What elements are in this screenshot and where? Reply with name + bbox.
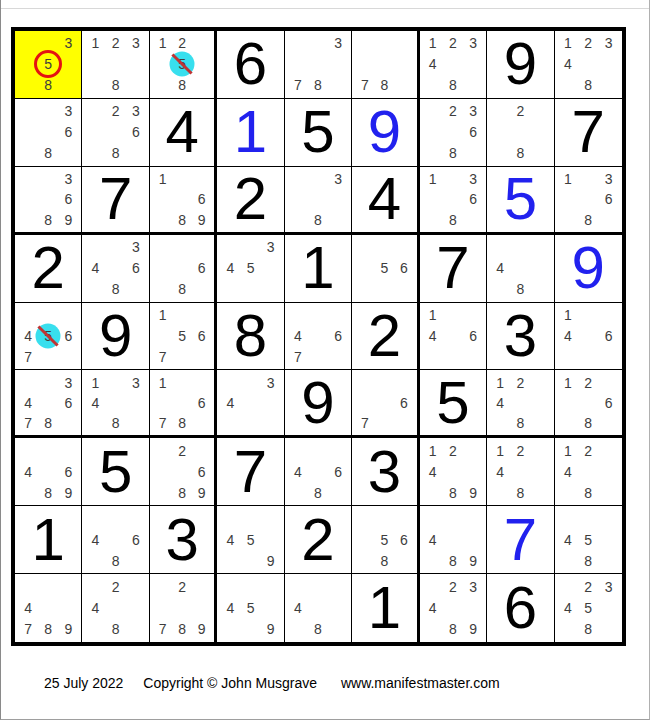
candidate-7: 7 [18, 413, 38, 433]
candidate-grid: 1567 [150, 303, 214, 370]
cell-r1c9[interactable]: 12348 [555, 31, 622, 99]
candidate-4: 4 [490, 461, 510, 482]
cell-r8c2[interactable]: 468 [82, 506, 149, 574]
empty-slot [288, 482, 308, 503]
empty-slot [463, 143, 483, 164]
candidate-9: 9 [192, 619, 211, 640]
cell-r8c4[interactable]: 459 [217, 506, 284, 574]
empty-slot [240, 550, 260, 571]
cell-r7c2[interactable]: 5 [82, 438, 149, 506]
cell-r9c8[interactable]: 6 [487, 574, 554, 642]
candidate-3: 3 [58, 101, 78, 122]
empty-slot [172, 305, 191, 326]
empty-slot [530, 122, 550, 143]
candidate-grid: 467 [285, 303, 351, 370]
cell-r1c7[interactable]: 12348 [420, 31, 487, 99]
empty-slot [328, 209, 348, 229]
solved-digit: 9 [99, 306, 132, 366]
cell-r2c4[interactable]: 1 [217, 99, 284, 167]
empty-slot [172, 346, 191, 367]
candidate-4: 4 [85, 529, 105, 550]
empty-slot [463, 440, 483, 461]
solved-digit: 1 [301, 238, 334, 298]
candidate-6: 6 [126, 258, 146, 279]
empty-slot [153, 482, 172, 503]
cell-r9c6[interactable]: 1 [352, 574, 419, 642]
cell-r5c4[interactable]: 8 [217, 303, 284, 371]
empty-slot [558, 209, 578, 229]
cell-r2c5[interactable]: 5 [285, 99, 352, 167]
cell-r1c8[interactable]: 9 [487, 31, 554, 99]
empty-slot [85, 508, 105, 529]
cell-r8c1[interactable]: 1 [15, 506, 82, 574]
candidate-8: 8 [106, 143, 126, 164]
empty-slot [220, 237, 240, 258]
candidate-8: 8 [443, 619, 463, 640]
solved-digit: 5 [436, 373, 469, 433]
candidate-grid: 459 [217, 574, 283, 642]
empty-slot [126, 597, 146, 618]
empty-slot [599, 529, 619, 550]
cell-r2c8[interactable]: 28 [487, 99, 554, 167]
cell-r7c3[interactable]: 2689 [150, 438, 217, 506]
cell-r6c2[interactable]: 1348 [82, 370, 149, 438]
solved-digit: 5 [301, 102, 334, 162]
empty-slot [38, 576, 58, 597]
cell-r4c1[interactable]: 2 [15, 235, 82, 303]
cell-r2c1[interactable]: 368 [15, 99, 82, 167]
candidate-4: 4 [288, 326, 308, 347]
candidate-grid: 2368 [82, 99, 148, 166]
empty-slot [126, 508, 146, 529]
cell-r3c7[interactable]: 1368 [420, 167, 487, 235]
empty-slot [38, 346, 58, 367]
candidate-8: 8 [106, 550, 126, 571]
footer-date: 25 July 2022 [44, 675, 123, 691]
empty-slot [423, 101, 443, 122]
empty-slot [240, 237, 260, 258]
empty-slot [463, 508, 483, 529]
candidate-1: 1 [558, 440, 578, 461]
cell-r7c4[interactable]: 7 [217, 438, 284, 506]
candidate-5: 5 [375, 258, 394, 279]
cell-r9c2[interactable]: 248 [82, 574, 149, 642]
cell-r6c5[interactable]: 9 [285, 370, 352, 438]
candidate-3: 3 [126, 101, 146, 122]
candidate-grid: 78 [352, 31, 416, 98]
candidate-8: 8 [106, 619, 126, 640]
cell-r7c9[interactable]: 1248 [555, 438, 622, 506]
candidate-6: 6 [192, 258, 211, 279]
empty-slot [153, 461, 172, 482]
empty-slot [463, 209, 483, 229]
empty-slot [18, 209, 38, 229]
candidate-grid: 12348 [555, 31, 622, 98]
candidate-4: 4 [558, 529, 578, 550]
candidate-6: 6 [599, 393, 619, 413]
cell-r3c2[interactable]: 7 [82, 167, 149, 235]
candidate-3: 3 [126, 372, 146, 392]
candidate-1: 1 [490, 440, 510, 461]
candidate-grid: 489 [420, 506, 486, 573]
empty-slot [394, 279, 413, 300]
candidate-8: 8 [172, 619, 191, 640]
empty-slot [328, 346, 348, 367]
candidate-grid: 4789 [15, 574, 81, 642]
empty-slot [394, 75, 413, 96]
cell-r3c9[interactable]: 1368 [555, 167, 622, 235]
candidate-6: 6 [463, 189, 483, 209]
cell-r2c3[interactable]: 4 [150, 99, 217, 167]
cell-r1c4[interactable]: 6 [217, 31, 284, 99]
empty-slot [58, 75, 78, 96]
candidate-8: 8 [308, 482, 328, 503]
candidate-8: 8 [38, 482, 58, 503]
empty-slot [85, 237, 105, 258]
cell-r1c1[interactable]: 358 [15, 31, 82, 99]
empty-slot [490, 482, 510, 503]
cell-r8c3[interactable]: 3 [150, 506, 217, 574]
empty-slot [308, 440, 328, 461]
empty-slot [355, 54, 374, 75]
candidate-6: 6 [126, 122, 146, 143]
cell-r5c2[interactable]: 9 [82, 303, 149, 371]
empty-slot [288, 440, 308, 461]
empty-slot [220, 413, 240, 433]
cell-r4c2[interactable]: 3468 [82, 235, 149, 303]
cell-r1c6[interactable]: 78 [352, 31, 419, 99]
cell-r3c4[interactable]: 2 [217, 167, 284, 235]
empty-slot [328, 482, 348, 503]
empty-slot [261, 393, 281, 413]
empty-slot [18, 482, 38, 503]
solved-digit-entered: 1 [234, 102, 267, 162]
empty-slot [423, 550, 443, 571]
empty-slot [126, 550, 146, 571]
cell-r7c5[interactable]: 468 [285, 438, 352, 506]
candidate-1: 1 [423, 305, 443, 326]
candidate-1: 1 [558, 169, 578, 189]
empty-slot [153, 75, 172, 96]
empty-slot [578, 393, 598, 413]
cell-r5c6[interactable]: 2 [352, 303, 419, 371]
empty-slot [443, 529, 463, 550]
empty-slot [443, 597, 463, 618]
empty-slot [578, 461, 598, 482]
empty-slot [85, 101, 105, 122]
cell-r6c6[interactable]: 67 [352, 370, 419, 438]
candidate-2: 2 [106, 576, 126, 597]
cell-r4c9[interactable]: 9 [555, 235, 622, 303]
candidate-3: 3 [463, 33, 483, 54]
cell-r7c6[interactable]: 3 [352, 438, 419, 506]
candidate-4: 4 [220, 597, 240, 618]
candidate-8: 8 [578, 209, 598, 229]
empty-slot [558, 550, 578, 571]
empty-slot [490, 122, 510, 143]
cell-r4c4[interactable]: 345 [217, 235, 284, 303]
cell-r2c2[interactable]: 2368 [82, 99, 149, 167]
empty-slot [192, 75, 211, 96]
solved-digit: 3 [165, 510, 198, 570]
cell-r7c7[interactable]: 12489 [420, 438, 487, 506]
candidate-7: 7 [288, 75, 308, 96]
solved-digit: 5 [99, 442, 132, 502]
cell-r1c5[interactable]: 378 [285, 31, 352, 99]
cell-r8c9[interactable]: 458 [555, 506, 622, 574]
empty-slot [153, 189, 172, 209]
empty-slot [308, 346, 328, 367]
empty-slot [308, 189, 328, 209]
empty-slot [153, 237, 172, 258]
empty-slot [261, 529, 281, 550]
empty-slot [58, 413, 78, 433]
empty-slot [530, 143, 550, 164]
empty-slot [463, 54, 483, 75]
empty-slot [288, 54, 308, 75]
empty-slot [38, 101, 58, 122]
cell-r8c5[interactable]: 2 [285, 506, 352, 574]
cell-r3c1[interactable]: 3689 [15, 167, 82, 235]
candidate-6: 6 [328, 326, 348, 347]
candidate-5-eliminated: 5 [172, 54, 191, 75]
candidate-grid: 146 [555, 303, 622, 370]
candidate-grid: 23458 [555, 574, 622, 642]
empty-slot [220, 619, 240, 640]
cell-r2c9[interactable]: 7 [555, 99, 622, 167]
empty-slot [58, 305, 78, 326]
solved-digit-entered: 9 [572, 238, 605, 298]
empty-slot [85, 75, 105, 96]
cell-r8c8[interactable]: 7 [487, 506, 554, 574]
candidate-grid: 28 [487, 99, 553, 166]
candidate-grid: 23489 [420, 574, 486, 642]
candidate-6: 6 [58, 122, 78, 143]
empty-slot [261, 279, 281, 300]
empty-slot [355, 237, 374, 258]
candidate-4: 4 [220, 258, 240, 279]
empty-slot [443, 169, 463, 189]
empty-slot [355, 393, 374, 413]
empty-slot [599, 54, 619, 75]
candidate-2: 2 [443, 101, 463, 122]
cell-r6c7[interactable]: 5 [420, 370, 487, 438]
cell-r1c2[interactable]: 1238 [82, 31, 149, 99]
candidate-4: 4 [85, 393, 105, 413]
empty-slot [153, 440, 172, 461]
candidate-8: 8 [38, 413, 58, 433]
empty-slot [192, 346, 211, 367]
candidate-grid: 459 [217, 506, 283, 573]
empty-slot [423, 143, 443, 164]
cell-r5c1[interactable]: 4567 [15, 303, 82, 371]
candidate-grid: 68 [150, 235, 214, 302]
candidate-4: 4 [558, 461, 578, 482]
empty-slot [192, 33, 211, 54]
empty-slot [220, 576, 240, 597]
candidate-4: 4 [85, 258, 105, 279]
empty-slot [443, 189, 463, 209]
cell-r9c5[interactable]: 48 [285, 574, 352, 642]
solved-digit: 1 [368, 578, 401, 638]
candidate-grid: 1238 [82, 31, 148, 98]
candidate-6: 6 [126, 529, 146, 550]
empty-slot [192, 237, 211, 258]
candidate-7: 7 [153, 413, 172, 433]
candidate-grid: 468 [82, 506, 148, 573]
empty-slot [558, 508, 578, 529]
empty-slot [328, 54, 348, 75]
cell-r9c9[interactable]: 23458 [555, 574, 622, 642]
cell-r5c9[interactable]: 146 [555, 303, 622, 371]
cell-r5c7[interactable]: 146 [420, 303, 487, 371]
empty-slot [530, 237, 550, 258]
empty-slot [153, 279, 172, 300]
empty-slot [192, 413, 211, 433]
empty-slot [328, 597, 348, 618]
candidate-6: 6 [463, 326, 483, 347]
cell-r3c5[interactable]: 38 [285, 167, 352, 235]
cell-r3c6[interactable]: 4 [352, 167, 419, 235]
page-frame: 3581238125863787812348912348368236841592… [0, 0, 650, 720]
empty-slot [106, 237, 126, 258]
empty-slot [172, 597, 191, 618]
cell-r6c9[interactable]: 1268 [555, 370, 622, 438]
candidate-8: 8 [308, 209, 328, 229]
candidate-8: 8 [578, 550, 598, 571]
cell-r9c4[interactable]: 459 [217, 574, 284, 642]
empty-slot [58, 597, 78, 618]
empty-slot [375, 33, 394, 54]
cell-r5c8[interactable]: 3 [487, 303, 554, 371]
empty-slot [38, 393, 58, 413]
candidate-grid: 4567 [15, 303, 81, 370]
candidate-6: 6 [599, 189, 619, 209]
cell-r4c7[interactable]: 7 [420, 235, 487, 303]
cell-r6c1[interactable]: 34678 [15, 370, 82, 438]
cell-r5c5[interactable]: 467 [285, 303, 352, 371]
candidate-6: 6 [192, 393, 211, 413]
empty-slot [18, 440, 38, 461]
empty-slot [394, 54, 413, 75]
solved-digit: 9 [504, 34, 537, 94]
empty-slot [153, 326, 172, 347]
candidate-grid: 1368 [555, 167, 622, 232]
empty-slot [510, 258, 530, 279]
cell-r4c3[interactable]: 68 [150, 235, 217, 303]
cell-r3c8[interactable]: 5 [487, 167, 554, 235]
cell-r4c5[interactable]: 1 [285, 235, 352, 303]
candidate-1: 1 [423, 169, 443, 189]
empty-slot [308, 576, 328, 597]
solved-digit-entered: 5 [504, 169, 537, 229]
empty-slot [558, 576, 578, 597]
empty-slot [558, 619, 578, 640]
cell-r6c8[interactable]: 1248 [487, 370, 554, 438]
empty-slot [599, 440, 619, 461]
cell-r4c8[interactable]: 48 [487, 235, 554, 303]
candidate-4: 4 [288, 461, 308, 482]
candidate-8: 8 [172, 279, 191, 300]
cell-r8c7[interactable]: 489 [420, 506, 487, 574]
empty-slot [85, 550, 105, 571]
empty-slot [599, 346, 619, 367]
empty-slot [558, 482, 578, 503]
empty-slot [261, 413, 281, 433]
cell-r6c3[interactable]: 1678 [150, 370, 217, 438]
candidate-2: 2 [510, 440, 530, 461]
empty-slot [510, 461, 530, 482]
cell-r9c3[interactable]: 2789 [150, 574, 217, 642]
candidate-8: 8 [578, 619, 598, 640]
empty-slot [558, 75, 578, 96]
cell-r3c3[interactable]: 1689 [150, 167, 217, 235]
footer-website-link[interactable]: www.manifestmaster.com [341, 675, 500, 691]
solved-digit: 1 [32, 510, 65, 570]
candidate-9: 9 [261, 550, 281, 571]
candidate-8: 8 [510, 482, 530, 503]
cell-r5c3[interactable]: 1567 [150, 303, 217, 371]
cell-r2c7[interactable]: 2368 [420, 99, 487, 167]
candidate-8: 8 [38, 209, 58, 229]
candidate-grid: 3689 [15, 167, 81, 232]
empty-slot [599, 550, 619, 571]
cell-r7c1[interactable]: 4689 [15, 438, 82, 506]
cell-r9c7[interactable]: 23489 [420, 574, 487, 642]
cell-r1c3[interactable]: 1258 [150, 31, 217, 99]
empty-slot [172, 461, 191, 482]
solved-digit: 7 [234, 442, 267, 502]
cell-r7c8[interactable]: 1248 [487, 438, 554, 506]
candidate-3: 3 [599, 576, 619, 597]
candidate-3: 3 [328, 33, 348, 54]
cell-r6c4[interactable]: 34 [217, 370, 284, 438]
empty-slot [38, 305, 58, 326]
solved-digit: 7 [436, 238, 469, 298]
candidate-5: 5 [578, 529, 598, 550]
candidate-grid: 1678 [150, 370, 214, 435]
candidate-9: 9 [192, 209, 211, 229]
candidate-7: 7 [153, 619, 172, 640]
empty-slot [355, 372, 374, 392]
cell-r4c6[interactable]: 56 [352, 235, 419, 303]
empty-slot [240, 619, 260, 640]
candidate-3: 3 [463, 576, 483, 597]
empty-slot [375, 279, 394, 300]
empty-slot [172, 189, 191, 209]
empty-slot [599, 482, 619, 503]
candidate-grid: 1248 [555, 438, 622, 505]
candidate-7: 7 [153, 346, 172, 367]
candidate-9: 9 [58, 482, 78, 503]
solved-digit-entered: 9 [368, 102, 401, 162]
cell-r9c1[interactable]: 4789 [15, 574, 82, 642]
candidate-2: 2 [106, 33, 126, 54]
cell-r2c6[interactable]: 9 [352, 99, 419, 167]
empty-slot [375, 393, 394, 413]
empty-slot [443, 122, 463, 143]
empty-slot [355, 33, 374, 54]
candidate-grid: 468 [285, 438, 351, 505]
empty-slot [423, 122, 443, 143]
candidate-3: 3 [58, 169, 78, 189]
empty-slot [58, 143, 78, 164]
empty-slot [578, 326, 598, 347]
cell-r8c6[interactable]: 568 [352, 506, 419, 574]
solved-digit: 6 [504, 578, 537, 638]
empty-slot [490, 413, 510, 433]
candidate-8: 8 [308, 619, 328, 640]
